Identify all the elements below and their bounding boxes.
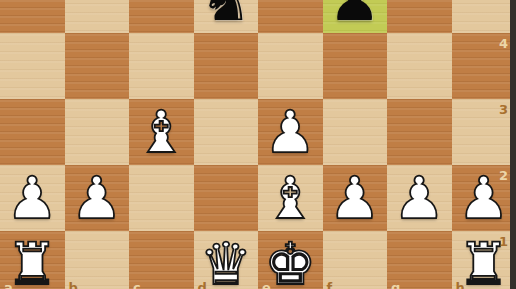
square-b4[interactable] [65, 33, 130, 99]
file-label-h: h [456, 280, 465, 289]
right-edge-bar [510, 0, 516, 289]
square-a4[interactable] [0, 33, 65, 99]
white-pawn-a2[interactable]: ♟ [0, 165, 65, 231]
square-c1[interactable]: c [129, 231, 194, 289]
square-d2[interactable] [194, 165, 259, 231]
square-e3[interactable]: ♟ [258, 99, 323, 165]
square-g3[interactable] [387, 99, 452, 165]
square-a5[interactable] [0, 0, 65, 33]
square-a2[interactable]: ♟ [0, 165, 65, 231]
chess-board: 876♞♟54♝♟3♟♟♝♟♟♟2♜abc♛d♚efg♜1h [0, 0, 516, 289]
square-c2[interactable] [129, 165, 194, 231]
square-g2[interactable]: ♟ [387, 165, 452, 231]
square-d1[interactable]: ♛d [194, 231, 259, 289]
file-label-b: b [69, 280, 78, 289]
square-g4[interactable] [387, 33, 452, 99]
square-b3[interactable] [65, 99, 130, 165]
square-e2[interactable]: ♝ [258, 165, 323, 231]
square-f3[interactable] [323, 99, 388, 165]
file-label-c: c [133, 280, 141, 289]
rank-label-2: 2 [499, 168, 508, 183]
square-d4[interactable] [194, 33, 259, 99]
board-viewport: 876♞♟54♝♟3♟♟♝♟♟♟2♜abc♛d♚efg♜1h [0, 0, 516, 289]
file-label-a: a [4, 280, 13, 289]
black-pawn-f5[interactable]: ♟ [323, 0, 388, 33]
square-c3[interactable]: ♝ [129, 99, 194, 165]
square-f4[interactable] [323, 33, 388, 99]
square-c5[interactable] [129, 0, 194, 33]
square-b5[interactable] [65, 0, 130, 33]
file-label-g: g [391, 280, 400, 289]
square-f2[interactable]: ♟ [323, 165, 388, 231]
square-c4[interactable] [129, 33, 194, 99]
square-h5[interactable]: 5 [452, 0, 516, 33]
square-e5[interactable] [258, 0, 323, 33]
square-h2[interactable]: ♟2 [452, 165, 516, 231]
rank-label-1: 1 [499, 234, 508, 249]
square-f5[interactable]: ♟ [323, 0, 388, 33]
square-h4[interactable]: 4 [452, 33, 516, 99]
square-b2[interactable]: ♟ [65, 165, 130, 231]
square-g5[interactable] [387, 0, 452, 33]
file-label-d: d [198, 280, 207, 289]
white-bishop-e2[interactable]: ♝ [258, 165, 323, 231]
rank-label-4: 4 [499, 36, 508, 51]
square-h1[interactable]: ♜1h [452, 231, 516, 289]
white-pawn-f2[interactable]: ♟ [323, 165, 388, 231]
white-pawn-b2[interactable]: ♟ [65, 165, 130, 231]
black-knight-d5[interactable]: ♞ [194, 0, 259, 33]
rank-label-3: 3 [499, 102, 508, 117]
square-h3[interactable]: 3 [452, 99, 516, 165]
file-label-e: e [262, 280, 271, 289]
square-e1[interactable]: ♚e [258, 231, 323, 289]
square-b1[interactable]: b [65, 231, 130, 289]
square-a1[interactable]: ♜a [0, 231, 65, 289]
square-a3[interactable] [0, 99, 65, 165]
square-d5[interactable]: ♞ [194, 0, 259, 33]
square-d3[interactable] [194, 99, 259, 165]
square-e4[interactable] [258, 33, 323, 99]
file-label-f: f [327, 280, 333, 289]
square-g1[interactable]: g [387, 231, 452, 289]
white-bishop-c3[interactable]: ♝ [129, 99, 194, 165]
white-pawn-g2[interactable]: ♟ [387, 165, 452, 231]
white-pawn-e3[interactable]: ♟ [258, 99, 323, 165]
square-f1[interactable]: f [323, 231, 388, 289]
